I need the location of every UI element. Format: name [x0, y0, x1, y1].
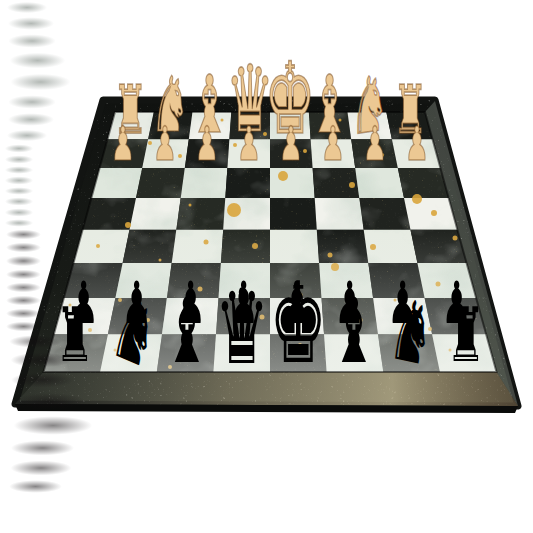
piece-white-pawn-e2[interactable]: ♟ — [233, 120, 266, 167]
gold-paint-splatter — [349, 182, 355, 188]
chess-set-photo: ♜♞♝♛♚♝♞♜♟♟♟♟♟♟♟♟♟♟♟♟♟♟♟♟♜♞♝♛♚♝♞♜ — [0, 0, 533, 533]
piece-white-pawn-c2[interactable]: ♟ — [317, 120, 350, 167]
piece-white-pawn-b2[interactable]: ♟ — [359, 120, 392, 167]
gold-paint-splatter — [278, 171, 288, 181]
piece-black-bishop-c8[interactable]: ♝ — [323, 287, 385, 376]
gold-paint-splatter — [125, 222, 131, 228]
piece-white-pawn-g2[interactable]: ♟ — [149, 120, 182, 167]
gold-paint-splatter — [412, 194, 422, 204]
piece-white-pawn-h2[interactable]: ♟ — [107, 120, 140, 167]
gold-paint-splatter — [227, 203, 241, 217]
gold-paint-splatter — [189, 204, 192, 207]
piece-black-rook-a8[interactable]: ♜ — [439, 298, 491, 373]
gold-paint-splatter — [431, 210, 437, 216]
piece-white-pawn-f2[interactable]: ♟ — [191, 120, 224, 167]
piece-white-pawn-d2[interactable]: ♟ — [275, 120, 308, 167]
piece-black-rook-h8[interactable]: ♜ — [49, 298, 101, 373]
piece-black-knight-b8[interactable]: ♞ — [379, 284, 444, 382]
piece-white-pawn-a2[interactable]: ♟ — [401, 120, 434, 167]
